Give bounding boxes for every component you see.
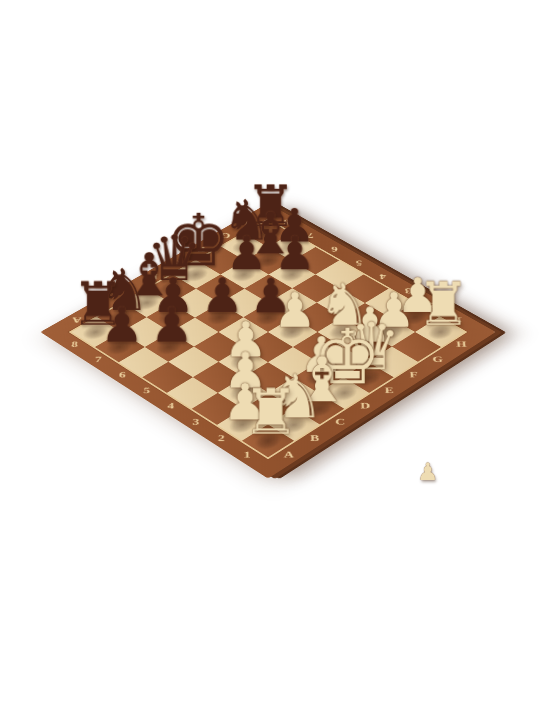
rank-label-near-3: 3 bbox=[188, 417, 203, 426]
rank-label-near-1: 1 bbox=[239, 450, 254, 459]
file-label-near-a: A bbox=[282, 450, 297, 459]
piece-black-pawn-b6: ♟ bbox=[131, 300, 212, 348]
piece-layer: ♜♞♝♛♚♞♜♟♟♟♝♟♟♟♟♟♟♟♟♞♟♟♟♟♟♜♞♝♚♛♜ bbox=[71, 220, 464, 457]
file-label-far-d: D bbox=[146, 273, 160, 280]
rank-label-near-6: 6 bbox=[115, 370, 130, 378]
photo-background: 11AA22BB33CC44DD55EE66FF77GG88HH ♜♞♝♛♚♞♜… bbox=[0, 0, 540, 720]
rank-label-near-5: 5 bbox=[139, 386, 154, 394]
file-label-far-h: H bbox=[242, 219, 255, 226]
file-label-near-g: G bbox=[430, 355, 445, 363]
rank-label-far-8: 8 bbox=[280, 219, 293, 226]
rank-label-near-2: 2 bbox=[214, 434, 229, 443]
rank-label-far-5: 5 bbox=[352, 259, 366, 266]
piece-white-rook-h1: ♜ bbox=[403, 274, 483, 334]
chess-board: 11AA22BB33CC44DD55EE66FF77GG88HH ♜♞♝♛♚♞♜… bbox=[40, 203, 495, 478]
file-label-far-e: E bbox=[170, 259, 184, 266]
rank-label-far-7: 7 bbox=[304, 232, 318, 239]
stray-piece: ♟ bbox=[417, 460, 439, 484]
file-label-far-f: F bbox=[195, 246, 209, 253]
rank-label-near-4: 4 bbox=[163, 402, 178, 410]
rank-label-far-6: 6 bbox=[328, 246, 342, 253]
file-label-near-h: H bbox=[454, 340, 469, 348]
rank-label-near-8: 8 bbox=[67, 340, 82, 348]
piece-white-rook-a1: ♜ bbox=[229, 380, 313, 443]
rank-label-near-7: 7 bbox=[91, 355, 106, 363]
file-label-far-g: G bbox=[219, 232, 233, 239]
